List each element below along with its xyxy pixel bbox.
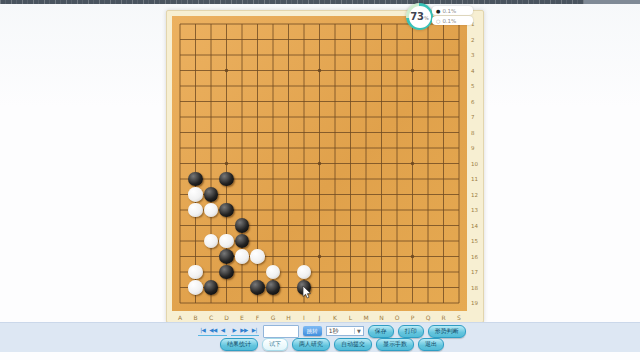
col-label-R: R bbox=[436, 314, 452, 322]
two-player-study-button[interactable]: 两人研究 bbox=[292, 338, 330, 351]
col-label-F: F bbox=[250, 314, 266, 322]
black-stone-C18 bbox=[204, 280, 219, 295]
row-label-6: 6 bbox=[470, 94, 482, 110]
col-label-E: E bbox=[234, 314, 250, 322]
col-label-L: L bbox=[343, 314, 359, 322]
row-label-7: 7 bbox=[470, 109, 482, 125]
col-label-P: P bbox=[405, 314, 421, 322]
black-stone-dot-icon: ● bbox=[436, 8, 440, 14]
nav-last-move-button[interactable]: ▶| bbox=[252, 327, 257, 334]
window-titlebar bbox=[0, 0, 640, 4]
white-stone-C15 bbox=[204, 234, 219, 249]
column-labels: ABCDEFGHIJKLMNOPQRS bbox=[172, 314, 467, 322]
col-label-Q: Q bbox=[420, 314, 436, 322]
move-number-input[interactable] bbox=[263, 325, 299, 338]
black-stone-D17 bbox=[219, 265, 234, 280]
black-stone-G18 bbox=[266, 280, 281, 295]
winrate-tag-black: ●0.1% bbox=[432, 6, 473, 15]
chevron-down-icon: ▼ bbox=[354, 328, 361, 334]
board-surface[interactable] bbox=[172, 16, 467, 311]
black-stone-B11 bbox=[188, 172, 203, 187]
toolbar-row-actions: 结果统计试下两人研究自动提交显示手数退出 bbox=[12, 338, 640, 350]
col-label-I: I bbox=[296, 314, 312, 322]
row-labels: 12345678910111213141516171819 bbox=[470, 16, 482, 311]
row-label-4: 4 bbox=[470, 63, 482, 79]
row-label-19: 19 bbox=[470, 295, 482, 311]
white-stone-B18 bbox=[188, 280, 203, 295]
col-label-D: D bbox=[219, 314, 235, 322]
black-stone-F18 bbox=[250, 280, 265, 295]
col-label-G: G bbox=[265, 314, 281, 322]
row-label-9: 9 bbox=[470, 140, 482, 156]
toolbar-row-playback: |◀◀◀◀ ▶▶▶▶| 跳转 1秒 ▼ 保存打印形势判断 bbox=[12, 325, 640, 337]
show-move-numbers-button[interactable]: 显示手数 bbox=[376, 338, 414, 351]
print-button[interactable]: 打印 bbox=[398, 325, 424, 338]
app-window: ABCDEFGHIJKLMNOPQRS 12345678910111213141… bbox=[0, 0, 640, 360]
winrate-tag-value: 0.1% bbox=[442, 18, 456, 24]
white-stone-C13 bbox=[204, 203, 219, 218]
winrate-widget: 73% ●0.1%○0.1% bbox=[406, 3, 473, 30]
col-label-H: H bbox=[281, 314, 297, 322]
col-label-O: O bbox=[389, 314, 405, 322]
nav-forward-group: ▶▶▶▶| bbox=[231, 327, 259, 336]
black-stone-D16 bbox=[219, 249, 234, 264]
white-stone-D15 bbox=[219, 234, 234, 249]
col-label-S: S bbox=[451, 314, 467, 322]
trial-play-button[interactable]: 试下 bbox=[262, 338, 288, 351]
col-label-N: N bbox=[374, 314, 390, 322]
nav-back-group: |◀◀◀◀ bbox=[198, 327, 226, 336]
row-label-18: 18 bbox=[470, 280, 482, 296]
white-stone-B17 bbox=[188, 265, 203, 280]
white-stone-G17 bbox=[266, 265, 281, 280]
white-stone-E16 bbox=[235, 249, 250, 264]
nav-back-ten-button[interactable]: ◀◀ bbox=[209, 327, 216, 334]
col-label-A: A bbox=[172, 314, 188, 322]
territory-estimate-button[interactable]: 形势判断 bbox=[428, 325, 466, 338]
delay-select-value: 1秒 bbox=[329, 327, 339, 336]
row-label-2: 2 bbox=[470, 32, 482, 48]
black-stone-E15 bbox=[235, 234, 250, 249]
row-label-16: 16 bbox=[470, 249, 482, 265]
black-stone-E14 bbox=[235, 218, 250, 233]
mouse-cursor-icon bbox=[302, 284, 314, 303]
nav-forward-one-button[interactable]: ▶ bbox=[233, 327, 237, 334]
row1-buttons: 保存打印形势判断 bbox=[368, 325, 466, 338]
row-label-10: 10 bbox=[470, 156, 482, 172]
white-stone-I17 bbox=[297, 265, 312, 280]
stones-layer bbox=[172, 16, 467, 311]
exit-button[interactable]: 退出 bbox=[418, 338, 444, 351]
row-label-14: 14 bbox=[470, 218, 482, 234]
go-board: ABCDEFGHIJKLMNOPQRS 12345678910111213141… bbox=[166, 10, 484, 323]
row-label-15: 15 bbox=[470, 233, 482, 249]
row-label-5: 5 bbox=[470, 78, 482, 94]
save-button[interactable]: 保存 bbox=[368, 325, 394, 338]
row-label-12: 12 bbox=[470, 187, 482, 203]
black-stone-D11 bbox=[219, 172, 234, 187]
row-label-8: 8 bbox=[470, 125, 482, 141]
jump-button[interactable]: 跳转 bbox=[303, 326, 322, 336]
winrate-tag-white: ○0.1% bbox=[432, 16, 473, 25]
col-label-K: K bbox=[327, 314, 343, 322]
white-stone-B13 bbox=[188, 203, 203, 218]
winrate-tag-value: 0.1% bbox=[442, 8, 456, 14]
row-label-11: 11 bbox=[470, 171, 482, 187]
black-stone-C12 bbox=[204, 187, 219, 202]
white-stone-F16 bbox=[250, 249, 265, 264]
delay-select[interactable]: 1秒 ▼ bbox=[326, 326, 364, 336]
col-label-B: B bbox=[188, 314, 204, 322]
result-stats-button[interactable]: 结果统计 bbox=[220, 338, 258, 351]
auto-submit-button[interactable]: 自动提交 bbox=[334, 338, 372, 351]
row-label-3: 3 bbox=[470, 47, 482, 63]
col-label-J: J bbox=[312, 314, 328, 322]
row-label-13: 13 bbox=[470, 202, 482, 218]
nav-back-one-button[interactable]: ◀ bbox=[221, 327, 225, 334]
winrate-value: 73 bbox=[410, 11, 424, 22]
bottom-toolbar: |◀◀◀◀ ▶▶▶▶| 跳转 1秒 ▼ 保存打印形势判断 结果统计试下两人研究自… bbox=[0, 322, 640, 352]
white-stone-dot-icon: ○ bbox=[436, 18, 440, 24]
nav-first-move-button[interactable]: |◀ bbox=[200, 327, 205, 334]
white-stone-B12 bbox=[188, 187, 203, 202]
winrate-detail-tags: ●0.1%○0.1% bbox=[432, 6, 473, 30]
winrate-percent-sign: % bbox=[424, 15, 429, 21]
winrate-ring: 73% bbox=[406, 3, 433, 30]
row-label-17: 17 bbox=[470, 264, 482, 280]
col-label-M: M bbox=[358, 314, 374, 322]
titlebar-text-sliver bbox=[0, 0, 640, 4]
col-label-C: C bbox=[203, 314, 219, 322]
nav-forward-ten-button[interactable]: ▶▶ bbox=[240, 327, 247, 334]
black-stone-D13 bbox=[219, 203, 234, 218]
